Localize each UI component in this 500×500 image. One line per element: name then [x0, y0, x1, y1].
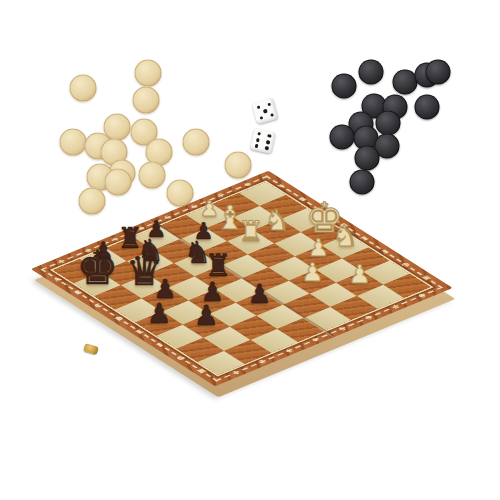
- checker-piece-light: [105, 169, 132, 196]
- die-pip: [270, 113, 274, 117]
- die-pip: [256, 138, 260, 142]
- checker-piece-dark: [350, 170, 375, 195]
- die-pip: [256, 105, 260, 109]
- die-pip: [255, 144, 259, 148]
- checker-piece-dark: [415, 95, 440, 120]
- die-pip: [257, 132, 261, 136]
- checker-piece-light: [133, 87, 160, 114]
- die-pip: [266, 140, 270, 144]
- die-showing-6: [250, 128, 276, 154]
- chess-board-field: [53, 182, 430, 375]
- checker-piece-dark: [355, 146, 380, 171]
- checker-piece-light: [183, 129, 210, 156]
- product-photo-scene: AABBCCDDEEFFGGHH1122334455667788 ♚♞♞♟♟♟♝…: [0, 0, 500, 500]
- checker-piece-light: [225, 152, 252, 179]
- die-pip: [267, 102, 271, 106]
- die-pip: [263, 109, 267, 113]
- checker-piece-light: [167, 180, 194, 207]
- die-pip: [267, 134, 271, 138]
- die-showing-5: [252, 98, 279, 125]
- die-pip: [259, 116, 263, 120]
- checker-piece-light: [79, 188, 106, 215]
- checker-piece-dark: [426, 60, 451, 85]
- die-pip: [265, 146, 269, 150]
- checker-piece-dark: [330, 125, 355, 150]
- checker-piece-light: [70, 75, 97, 102]
- checker-piece-dark: [376, 111, 401, 136]
- brass-clasp: [83, 343, 99, 355]
- checker-piece-light: [135, 60, 162, 87]
- checker-piece-light: [60, 129, 87, 156]
- checker-piece-light: [139, 162, 166, 189]
- checker-piece-dark: [359, 60, 384, 85]
- checker-piece-dark: [332, 74, 357, 99]
